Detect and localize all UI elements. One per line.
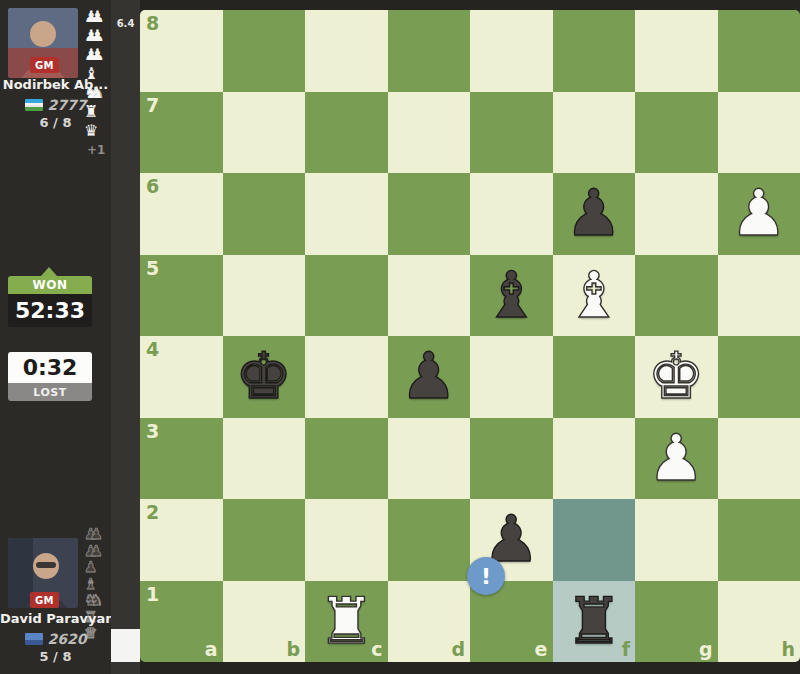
top-result-badge: WON (8, 276, 92, 294)
square-c8[interactable] (305, 10, 388, 92)
material-advantage: +1 (84, 143, 111, 157)
square-a7[interactable]: 7 (140, 92, 223, 174)
bottom-result-badge: LOST (8, 383, 92, 401)
square-f6[interactable]: ♟ (553, 173, 636, 255)
top-player-clock: 52:33 (8, 294, 92, 327)
square-a6[interactable]: 6 (140, 173, 223, 255)
captured-bishop-group: ♝ (84, 576, 111, 593)
square-h2[interactable] (718, 499, 800, 581)
square-c3[interactable] (305, 418, 388, 500)
rank-label-2: 2 (146, 503, 159, 522)
piece-black-pawn[interactable]: ♟ (388, 336, 471, 418)
square-d6[interactable] (388, 173, 471, 255)
bottom-player-score: 5 / 8 (0, 649, 111, 664)
file-label-d: d (451, 640, 465, 659)
captured-knight-group: ♞♞ (84, 83, 111, 102)
square-e4[interactable] (470, 336, 553, 418)
file-label-g: g (699, 640, 713, 659)
square-h6[interactable]: ♟ (718, 173, 800, 255)
captured-pawn-group: ♟♟ (84, 7, 111, 26)
square-d8[interactable] (388, 10, 471, 92)
file-label-h: h (781, 640, 795, 659)
piece-black-king[interactable]: ♚ (223, 336, 306, 418)
square-g1[interactable]: g (635, 581, 718, 663)
rank-label-5: 5 (146, 259, 159, 278)
file-label-e: e (535, 640, 548, 659)
rank-label-7: 7 (146, 96, 159, 115)
captured-pawn-group: ♟ (84, 559, 111, 576)
captured-knight-group: ♞♞ (84, 592, 111, 609)
square-d3[interactable] (388, 418, 471, 500)
top-player-title-badge: GM (30, 57, 59, 73)
square-f5[interactable]: ♝ (553, 255, 636, 337)
piece-white-rook[interactable]: ♜ (305, 581, 388, 663)
file-label-b: b (286, 640, 300, 659)
square-e6[interactable] (470, 173, 553, 255)
square-d4[interactable]: ♟ (388, 336, 471, 418)
bottom-player-name[interactable]: David Paravyan (0, 611, 111, 626)
square-b5[interactable] (223, 255, 306, 337)
square-b3[interactable] (223, 418, 306, 500)
square-c1[interactable]: c♜ (305, 581, 388, 663)
flag-uzbekistan-icon (25, 99, 43, 111)
square-f3[interactable] (553, 418, 636, 500)
square-b8[interactable] (223, 10, 306, 92)
square-f7[interactable] (553, 92, 636, 174)
square-h1[interactable]: h (718, 581, 800, 663)
bottom-player-rating: 2620 (48, 631, 87, 647)
square-d1[interactable]: d (388, 581, 471, 663)
square-h5[interactable] (718, 255, 800, 337)
square-g5[interactable] (635, 255, 718, 337)
square-e5[interactable]: ♝ (470, 255, 553, 337)
square-g8[interactable] (635, 10, 718, 92)
bottom-player-title-badge: GM (30, 592, 59, 608)
square-c4[interactable] (305, 336, 388, 418)
square-d7[interactable] (388, 92, 471, 174)
square-b1[interactable]: b (223, 581, 306, 663)
square-d2[interactable] (388, 499, 471, 581)
captured-queen-group: ♛ (84, 121, 111, 140)
piece-white-pawn[interactable]: ♟ (635, 418, 718, 500)
captured-pawn-group: ♟♟ (84, 45, 111, 64)
square-a5[interactable]: 5 (140, 255, 223, 337)
square-g7[interactable] (635, 92, 718, 174)
square-h3[interactable] (718, 418, 800, 500)
evaluation-value: 6.4 (111, 18, 140, 29)
piece-white-king[interactable]: ♚ (635, 336, 718, 418)
square-e3[interactable] (470, 418, 553, 500)
evaluation-bar: 6.4 (111, 0, 140, 674)
square-b6[interactable] (223, 173, 306, 255)
square-c6[interactable] (305, 173, 388, 255)
evaluation-bar-white-section (111, 629, 140, 662)
square-c5[interactable] (305, 255, 388, 337)
square-h7[interactable] (718, 92, 800, 174)
top-player-rating: 2777 (48, 97, 87, 113)
sidebar: GM Nodirbek Ab... 2777 6 / 8 ♟♟♟♟♟♟♝♞♞♜♛… (0, 0, 111, 674)
square-a1[interactable]: 1a (140, 581, 223, 663)
piece-white-bishop[interactable]: ♝ (553, 255, 636, 337)
bottom-player-clock: 0:32 (8, 352, 92, 383)
piece-black-pawn[interactable]: ♟ (553, 173, 636, 255)
rank-label-1: 1 (146, 585, 159, 604)
square-a8[interactable]: 8 (140, 10, 223, 92)
square-f4[interactable] (553, 336, 636, 418)
square-f2[interactable] (553, 499, 636, 581)
piece-black-bishop[interactable]: ♝ (470, 255, 553, 337)
top-captured-pieces-tray: ♟♟♟♟♟♟♝♞♞♜♛+1 (84, 7, 111, 157)
piece-white-pawn[interactable]: ♟ (718, 173, 800, 255)
flag-russia-icon (25, 633, 43, 645)
square-g2[interactable] (635, 499, 718, 581)
square-e7[interactable] (470, 92, 553, 174)
square-f1[interactable]: f♜ (553, 581, 636, 663)
great-move-badge: ! (467, 557, 505, 595)
square-a4[interactable]: 4 (140, 336, 223, 418)
square-b4[interactable]: ♚ (223, 336, 306, 418)
square-e8[interactable] (470, 10, 553, 92)
square-g6[interactable] (635, 173, 718, 255)
rank-label-3: 3 (146, 422, 159, 441)
square-d5[interactable] (388, 255, 471, 337)
captured-rook-group: ♜ (84, 102, 111, 121)
captured-pawn-group: ♟♟ (84, 526, 111, 543)
square-g4[interactable]: ♚ (635, 336, 718, 418)
square-c2[interactable] (305, 499, 388, 581)
rank-label-8: 8 (146, 14, 159, 33)
square-h4[interactable] (718, 336, 800, 418)
square-b2[interactable] (223, 499, 306, 581)
square-c7[interactable] (305, 92, 388, 174)
square-a3[interactable]: 3 (140, 418, 223, 500)
captured-pawn-group: ♟♟ (84, 26, 111, 45)
winner-pointer-icon (41, 267, 57, 276)
square-g3[interactable]: ♟ (635, 418, 718, 500)
square-a2[interactable]: 2 (140, 499, 223, 581)
piece-black-rook[interactable]: ♜ (553, 581, 636, 663)
square-f8[interactable] (553, 10, 636, 92)
square-b7[interactable] (223, 92, 306, 174)
rank-label-6: 6 (146, 177, 159, 196)
file-label-a: a (205, 640, 218, 659)
captured-bishop-group: ♝ (84, 64, 111, 83)
square-h8[interactable] (718, 10, 800, 92)
captured-pawn-group: ♟♟ (84, 543, 111, 560)
rank-label-4: 4 (146, 340, 159, 359)
